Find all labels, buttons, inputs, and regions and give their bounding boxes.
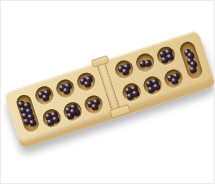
- mancala-board: [4, 30, 215, 144]
- product-photo: [0, 0, 215, 184]
- board-face: [4, 30, 215, 144]
